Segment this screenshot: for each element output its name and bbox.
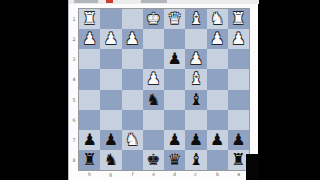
square-a1[interactable]: ♜ <box>228 9 249 29</box>
file-label-b: b <box>209 171 226 179</box>
square-f7[interactable]: ♞ <box>122 130 143 150</box>
rank-label-6: 6 <box>70 112 78 128</box>
black-knight[interactable]: ♞ <box>104 152 118 168</box>
square-c7[interactable]: ♟ <box>185 130 206 150</box>
square-g6[interactable] <box>100 110 121 130</box>
square-h4[interactable] <box>79 69 100 89</box>
white-knight[interactable]: ♞ <box>210 11 224 27</box>
square-f5[interactable] <box>122 90 143 110</box>
black-bishop[interactable]: ♝ <box>189 92 203 108</box>
white-knight[interactable]: ♞ <box>125 132 139 148</box>
black-pawn[interactable]: ♟ <box>210 132 224 148</box>
square-e1[interactable]: ♚ <box>143 9 164 29</box>
square-d6[interactable] <box>164 110 185 130</box>
file-label-h: h <box>81 171 98 179</box>
square-b6[interactable] <box>207 110 228 130</box>
toolbar-icon-fragment[interactable] <box>106 0 113 3</box>
video-frame: 12345678 ♜♚♛♝♞♜♟♟♟♟♟♟♟♟♝♞♝♟♟♞♟♟♟♟♜♞♚♛♝♜ … <box>0 0 320 180</box>
black-pawn[interactable]: ♟ <box>167 132 181 148</box>
black-king[interactable]: ♚ <box>146 152 160 168</box>
square-g2[interactable]: ♟ <box>100 29 121 49</box>
chess-app-window: 12345678 ♜♚♛♝♞♜♟♟♟♟♟♟♟♟♝♞♝♟♟♞♟♟♟♟♜♞♚♛♝♜ … <box>68 0 258 180</box>
square-c4[interactable]: ♝ <box>185 69 206 89</box>
square-f4[interactable] <box>122 69 143 89</box>
square-e2[interactable] <box>143 29 164 49</box>
square-c8[interactable]: ♝ <box>185 150 206 170</box>
square-b4[interactable] <box>207 69 228 89</box>
rank-label-4: 4 <box>70 71 78 87</box>
square-h7[interactable]: ♟ <box>79 130 100 150</box>
square-e7[interactable] <box>143 130 164 150</box>
square-h2[interactable]: ♟ <box>79 29 100 49</box>
black-rook[interactable]: ♜ <box>82 152 96 168</box>
square-e8[interactable]: ♚ <box>143 150 164 170</box>
rank-labels: 12345678 <box>69 9 79 170</box>
square-g5[interactable] <box>100 90 121 110</box>
square-g4[interactable] <box>100 69 121 89</box>
square-d5[interactable] <box>164 90 185 110</box>
square-b5[interactable] <box>207 90 228 110</box>
square-h5[interactable] <box>79 90 100 110</box>
square-h3[interactable] <box>79 49 100 69</box>
black-pawn[interactable]: ♟ <box>82 132 96 148</box>
square-g3[interactable] <box>100 49 121 69</box>
file-label-f: f <box>124 171 141 179</box>
black-pawn[interactable]: ♟ <box>167 51 181 67</box>
file-label-e: e <box>145 171 162 179</box>
square-f1[interactable] <box>122 9 143 29</box>
square-f2[interactable]: ♟ <box>122 29 143 49</box>
square-d8[interactable]: ♛ <box>164 150 185 170</box>
white-pawn[interactable]: ♟ <box>146 71 160 87</box>
square-a7[interactable]: ♟ <box>228 130 249 150</box>
square-h1[interactable]: ♜ <box>79 9 100 29</box>
square-b2[interactable]: ♟ <box>207 29 228 49</box>
square-a2[interactable]: ♟ <box>228 29 249 49</box>
square-f6[interactable] <box>122 110 143 130</box>
rank-label-7: 7 <box>70 132 78 148</box>
rank-label-8: 8 <box>70 152 78 168</box>
square-d7[interactable]: ♟ <box>164 130 185 150</box>
square-g7[interactable]: ♟ <box>100 130 121 150</box>
square-e6[interactable] <box>143 110 164 130</box>
square-d4[interactable] <box>164 69 185 89</box>
black-queen[interactable]: ♛ <box>167 152 181 168</box>
white-pawn[interactable]: ♟ <box>125 31 139 47</box>
square-b8[interactable] <box>207 150 228 170</box>
rank-label-5: 5 <box>70 92 78 108</box>
black-rook[interactable]: ♜ <box>231 152 245 168</box>
rank-label-3: 3 <box>70 51 78 67</box>
corner-overlay <box>246 154 258 180</box>
square-g8[interactable]: ♞ <box>100 150 121 170</box>
square-f3[interactable] <box>122 49 143 69</box>
square-d3[interactable]: ♟ <box>164 49 185 69</box>
file-label-d: d <box>166 171 183 179</box>
white-pawn[interactable]: ♟ <box>82 31 96 47</box>
square-c2[interactable] <box>185 29 206 49</box>
square-e3[interactable] <box>143 49 164 69</box>
rank-label-1: 1 <box>70 11 78 27</box>
square-e4[interactable]: ♟ <box>143 69 164 89</box>
square-a5[interactable] <box>228 90 249 110</box>
square-g1[interactable] <box>100 9 121 29</box>
file-labels: hgfedcba <box>79 170 249 180</box>
white-pawn[interactable]: ♟ <box>231 31 245 47</box>
square-d1[interactable]: ♛ <box>164 9 185 29</box>
file-label-c: c <box>187 171 204 179</box>
square-e5[interactable]: ♞ <box>143 90 164 110</box>
square-c6[interactable] <box>185 110 206 130</box>
square-b7[interactable]: ♟ <box>207 130 228 150</box>
chess-board[interactable]: ♜♚♛♝♞♜♟♟♟♟♟♟♟♟♝♞♝♟♟♞♟♟♟♟♜♞♚♛♝♜ <box>79 9 249 170</box>
white-bishop[interactable]: ♝ <box>189 71 203 87</box>
black-bishop[interactable]: ♝ <box>189 152 203 168</box>
square-b1[interactable]: ♞ <box>207 9 228 29</box>
file-label-a: a <box>230 171 247 179</box>
black-pawn[interactable]: ♟ <box>231 132 245 148</box>
white-rook[interactable]: ♜ <box>82 11 96 27</box>
rank-label-2: 2 <box>70 31 78 47</box>
window-chrome-fragment <box>69 0 259 4</box>
white-pawn[interactable]: ♟ <box>189 51 203 67</box>
white-pawn[interactable]: ♟ <box>104 31 118 47</box>
square-h6[interactable] <box>79 110 100 130</box>
square-a4[interactable] <box>228 69 249 89</box>
square-a3[interactable] <box>228 49 249 69</box>
black-pawn[interactable]: ♟ <box>189 132 203 148</box>
square-b3[interactable] <box>207 49 228 69</box>
square-c5[interactable]: ♝ <box>185 90 206 110</box>
square-a6[interactable] <box>228 110 249 130</box>
white-queen[interactable]: ♛ <box>167 11 181 27</box>
square-h8[interactable]: ♜ <box>79 150 100 170</box>
square-d2[interactable] <box>164 29 185 49</box>
chrome-text-fragment <box>74 0 98 3</box>
black-knight[interactable]: ♞ <box>146 92 160 108</box>
white-pawn[interactable]: ♟ <box>210 31 224 47</box>
square-f8[interactable] <box>122 150 143 170</box>
chrome-text-fragment <box>141 0 167 3</box>
black-pawn[interactable]: ♟ <box>104 132 118 148</box>
white-rook[interactable]: ♜ <box>231 11 245 27</box>
file-label-g: g <box>102 171 119 179</box>
square-c3[interactable]: ♟ <box>185 49 206 69</box>
white-bishop[interactable]: ♝ <box>189 11 203 27</box>
white-king[interactable]: ♚ <box>146 11 160 27</box>
square-c1[interactable]: ♝ <box>185 9 206 29</box>
